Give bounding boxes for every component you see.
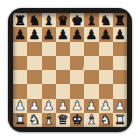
piece-white-pawn[interactable]: ♟ [100, 99, 112, 112]
square-a2[interactable]: ♟ [13, 99, 27, 113]
square-a4[interactable] [13, 70, 27, 84]
square-d7[interactable]: ♟ [56, 27, 70, 41]
square-d4[interactable] [56, 70, 70, 84]
square-f8[interactable]: ♝ [84, 13, 98, 27]
piece-white-rook[interactable]: ♜ [114, 113, 126, 126]
piece-black-bishop[interactable]: ♝ [43, 13, 55, 26]
square-b8[interactable]: ♞ [27, 13, 41, 27]
square-c7[interactable]: ♟ [42, 27, 56, 41]
square-g8[interactable]: ♞ [99, 13, 113, 27]
square-e8[interactable]: ♚ [70, 13, 84, 27]
piece-white-king[interactable]: ♚ [71, 113, 83, 126]
piece-white-pawn[interactable]: ♟ [57, 99, 69, 112]
square-c1[interactable]: ♝ [42, 113, 56, 127]
piece-black-bishop[interactable]: ♝ [86, 13, 98, 26]
square-g6[interactable] [99, 42, 113, 56]
chess-app-icon[interactable]: ♜♞♝♛♚♝♞♜♟♟♟♟♟♟♟♟♟♟♟♟♟♟♟♟♜♞♝♛♚♝♞♜ [8, 8, 132, 132]
square-a5[interactable] [13, 56, 27, 70]
square-e6[interactable] [70, 42, 84, 56]
piece-black-knight[interactable]: ♞ [100, 13, 112, 26]
piece-black-pawn[interactable]: ♟ [14, 27, 26, 40]
square-c3[interactable] [42, 84, 56, 98]
square-b1[interactable]: ♞ [27, 113, 41, 127]
square-b6[interactable] [27, 42, 41, 56]
square-e2[interactable]: ♟ [70, 99, 84, 113]
square-b2[interactable]: ♟ [27, 99, 41, 113]
piece-white-bishop[interactable]: ♝ [43, 113, 55, 126]
piece-black-pawn[interactable]: ♟ [57, 27, 69, 40]
square-g5[interactable] [99, 56, 113, 70]
square-g7[interactable]: ♟ [99, 27, 113, 41]
square-f4[interactable] [84, 70, 98, 84]
square-e4[interactable] [70, 70, 84, 84]
square-d2[interactable]: ♟ [56, 99, 70, 113]
square-a1[interactable]: ♜ [13, 113, 27, 127]
square-b4[interactable] [27, 70, 41, 84]
square-g3[interactable] [99, 84, 113, 98]
piece-black-pawn[interactable]: ♟ [43, 27, 55, 40]
square-a8[interactable]: ♜ [13, 13, 27, 27]
square-c8[interactable]: ♝ [42, 13, 56, 27]
piece-white-knight[interactable]: ♞ [100, 113, 112, 126]
square-e5[interactable] [70, 56, 84, 70]
chess-board[interactable]: ♜♞♝♛♚♝♞♜♟♟♟♟♟♟♟♟♟♟♟♟♟♟♟♟♜♞♝♛♚♝♞♜ [13, 13, 127, 127]
square-d3[interactable] [56, 84, 70, 98]
piece-white-pawn[interactable]: ♟ [14, 99, 26, 112]
square-g4[interactable] [99, 70, 113, 84]
square-h1[interactable]: ♜ [113, 113, 127, 127]
page-background: ♜♞♝♛♚♝♞♜♟♟♟♟♟♟♟♟♟♟♟♟♟♟♟♟♜♞♝♛♚♝♞♜ [0, 0, 140, 140]
piece-black-pawn[interactable]: ♟ [86, 27, 98, 40]
piece-white-pawn[interactable]: ♟ [29, 99, 41, 112]
square-c4[interactable] [42, 70, 56, 84]
square-b5[interactable] [27, 56, 41, 70]
square-h5[interactable] [113, 56, 127, 70]
square-e1[interactable]: ♚ [70, 113, 84, 127]
square-f1[interactable]: ♝ [84, 113, 98, 127]
square-d8[interactable]: ♛ [56, 13, 70, 27]
piece-black-pawn[interactable]: ♟ [100, 27, 112, 40]
square-f2[interactable]: ♟ [84, 99, 98, 113]
piece-black-pawn[interactable]: ♟ [29, 27, 41, 40]
piece-black-rook[interactable]: ♜ [114, 13, 126, 26]
square-d6[interactable] [56, 42, 70, 56]
square-f7[interactable]: ♟ [84, 27, 98, 41]
piece-black-king[interactable]: ♚ [71, 13, 83, 26]
piece-black-pawn[interactable]: ♟ [114, 27, 126, 40]
piece-white-queen[interactable]: ♛ [57, 113, 69, 126]
square-h2[interactable]: ♟ [113, 99, 127, 113]
square-h8[interactable]: ♜ [113, 13, 127, 27]
piece-black-queen[interactable]: ♛ [57, 13, 69, 26]
square-h3[interactable] [113, 84, 127, 98]
piece-black-rook[interactable]: ♜ [14, 13, 26, 26]
square-g1[interactable]: ♞ [99, 113, 113, 127]
square-f3[interactable] [84, 84, 98, 98]
square-a3[interactable] [13, 84, 27, 98]
piece-white-pawn[interactable]: ♟ [114, 99, 126, 112]
piece-white-knight[interactable]: ♞ [29, 113, 41, 126]
square-c2[interactable]: ♟ [42, 99, 56, 113]
square-d1[interactable]: ♛ [56, 113, 70, 127]
square-h7[interactable]: ♟ [113, 27, 127, 41]
square-a6[interactable] [13, 42, 27, 56]
square-h6[interactable] [113, 42, 127, 56]
square-g2[interactable]: ♟ [99, 99, 113, 113]
piece-black-pawn[interactable]: ♟ [71, 27, 83, 40]
piece-white-pawn[interactable]: ♟ [86, 99, 98, 112]
square-f6[interactable] [84, 42, 98, 56]
piece-white-rook[interactable]: ♜ [14, 113, 26, 126]
piece-black-knight[interactable]: ♞ [29, 13, 41, 26]
square-e7[interactable]: ♟ [70, 27, 84, 41]
square-c5[interactable] [42, 56, 56, 70]
square-c6[interactable] [42, 42, 56, 56]
piece-white-pawn[interactable]: ♟ [43, 99, 55, 112]
square-a7[interactable]: ♟ [13, 27, 27, 41]
piece-white-pawn[interactable]: ♟ [71, 99, 83, 112]
square-b3[interactable] [27, 84, 41, 98]
square-d5[interactable] [56, 56, 70, 70]
square-e3[interactable] [70, 84, 84, 98]
piece-white-bishop[interactable]: ♝ [86, 113, 98, 126]
square-h4[interactable] [113, 70, 127, 84]
square-b7[interactable]: ♟ [27, 27, 41, 41]
square-f5[interactable] [84, 56, 98, 70]
